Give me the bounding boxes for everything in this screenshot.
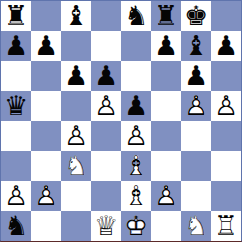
piece-white-pawn-fill: ♟: [1, 181, 31, 211]
piece-white-pawn: ♙: [151, 181, 181, 211]
piece-white-pawn: ♙: [61, 121, 91, 151]
square-c5[interactable]: [61, 91, 91, 121]
square-h4[interactable]: [211, 121, 241, 151]
square-f5[interactable]: [151, 91, 181, 121]
square-a4[interactable]: [1, 121, 31, 151]
piece-white-knight: ♘: [61, 151, 91, 181]
square-a8[interactable]: ♜: [1, 1, 31, 31]
piece-black-king: ♚: [181, 1, 211, 31]
square-h8[interactable]: [211, 1, 241, 31]
square-f6[interactable]: [151, 61, 181, 91]
square-a3[interactable]: [1, 151, 31, 181]
square-h1[interactable]: ♜♖: [211, 211, 241, 241]
piece-black-pawn: ♟: [151, 31, 181, 61]
piece-white-rook: ♖: [211, 211, 241, 241]
square-e4[interactable]: ♟♙: [121, 121, 151, 151]
piece-black-rook: ♜: [1, 1, 31, 31]
square-h2[interactable]: [211, 181, 241, 211]
piece-white-bishop-fill: ♝: [121, 181, 151, 211]
square-f8[interactable]: ♜: [151, 1, 181, 31]
square-f7[interactable]: ♟: [151, 31, 181, 61]
square-e1[interactable]: ♚♔: [121, 211, 151, 241]
square-a5[interactable]: ♛: [1, 91, 31, 121]
square-f2[interactable]: ♟♙: [151, 181, 181, 211]
square-b6[interactable]: [31, 61, 61, 91]
piece-black-pawn: ♟: [91, 61, 121, 91]
square-d3[interactable]: [91, 151, 121, 181]
piece-white-bishop-fill: ♝: [121, 151, 151, 181]
piece-black-pawn: ♟: [181, 61, 211, 91]
square-g7[interactable]: ♝: [181, 31, 211, 61]
piece-black-bishop: ♝: [181, 31, 211, 61]
piece-black-pawn: ♟: [31, 31, 61, 61]
piece-black-bishop: ♝: [61, 1, 91, 31]
square-f1[interactable]: [151, 211, 181, 241]
piece-white-pawn-fill: ♟: [211, 91, 241, 121]
piece-black-pawn: ♟: [121, 91, 151, 121]
square-a2[interactable]: ♟♙: [1, 181, 31, 211]
piece-white-pawn: ♙: [211, 91, 241, 121]
square-b4[interactable]: [31, 121, 61, 151]
piece-white-bishop: ♗: [121, 151, 151, 181]
square-a7[interactable]: ♟: [1, 31, 31, 61]
square-g6[interactable]: ♟: [181, 61, 211, 91]
square-h5[interactable]: ♟♙: [211, 91, 241, 121]
square-d7[interactable]: [91, 31, 121, 61]
square-c8[interactable]: ♝: [61, 1, 91, 31]
piece-white-pawn-fill: ♟: [121, 121, 151, 151]
piece-white-pawn: ♙: [1, 181, 31, 211]
square-d2[interactable]: [91, 181, 121, 211]
square-a1[interactable]: ♞: [1, 211, 31, 241]
square-h7[interactable]: ♟: [211, 31, 241, 61]
square-b2[interactable]: ♟♙: [31, 181, 61, 211]
square-d4[interactable]: [91, 121, 121, 151]
square-f3[interactable]: [151, 151, 181, 181]
square-f4[interactable]: [151, 121, 181, 151]
square-g2[interactable]: [181, 181, 211, 211]
square-g5[interactable]: ♟♙: [181, 91, 211, 121]
square-b8[interactable]: [31, 1, 61, 31]
square-h6[interactable]: [211, 61, 241, 91]
piece-white-king-fill: ♚: [121, 211, 151, 241]
chess-board-frame: ♜♝♞♜♚♟♟♟♝♟♟♟♟♛♟♙♟♟♙♟♙♟♙♟♙♞♘♝♗♟♙♟♙♝♗♟♙♞♛♕…: [0, 0, 242, 242]
piece-white-knight-fill: ♞: [61, 151, 91, 181]
piece-white-pawn-fill: ♟: [181, 91, 211, 121]
piece-white-pawn-fill: ♟: [91, 91, 121, 121]
square-e3[interactable]: ♝♗: [121, 151, 151, 181]
square-c6[interactable]: ♟: [61, 61, 91, 91]
piece-black-knight: ♞: [121, 1, 151, 31]
piece-black-rook: ♜: [151, 1, 181, 31]
piece-white-bishop: ♗: [121, 181, 151, 211]
square-b3[interactable]: [31, 151, 61, 181]
chess-board: ♜♝♞♜♚♟♟♟♝♟♟♟♟♛♟♙♟♟♙♟♙♟♙♟♙♞♘♝♗♟♙♟♙♝♗♟♙♞♛♕…: [1, 1, 241, 240]
piece-white-pawn-fill: ♟: [61, 121, 91, 151]
square-d8[interactable]: [91, 1, 121, 31]
square-g3[interactable]: [181, 151, 211, 181]
piece-black-pawn: ♟: [61, 61, 91, 91]
piece-white-pawn-fill: ♟: [31, 181, 61, 211]
square-a6[interactable]: [1, 61, 31, 91]
square-e8[interactable]: ♞: [121, 1, 151, 31]
piece-black-knight: ♞: [1, 211, 31, 241]
square-e2[interactable]: ♝♗: [121, 181, 151, 211]
square-e7[interactable]: [121, 31, 151, 61]
square-g4[interactable]: [181, 121, 211, 151]
piece-black-pawn: ♟: [211, 31, 241, 61]
square-d5[interactable]: ♟♙: [91, 91, 121, 121]
square-b5[interactable]: [31, 91, 61, 121]
piece-white-pawn: ♙: [121, 121, 151, 151]
piece-white-pawn: ♙: [91, 91, 121, 121]
piece-white-knight-fill: ♞: [181, 211, 211, 241]
piece-white-rook-fill: ♜: [211, 211, 241, 241]
square-b1[interactable]: [31, 211, 61, 241]
piece-white-pawn-fill: ♟: [151, 181, 181, 211]
square-d1[interactable]: ♛♕: [91, 211, 121, 241]
square-c4[interactable]: ♟♙: [61, 121, 91, 151]
piece-white-knight: ♘: [181, 211, 211, 241]
piece-black-pawn: ♟: [1, 31, 31, 61]
square-c7[interactable]: [61, 31, 91, 61]
square-b7[interactable]: ♟: [31, 31, 61, 61]
square-e6[interactable]: [121, 61, 151, 91]
square-c1[interactable]: [61, 211, 91, 241]
piece-black-queen: ♛: [1, 91, 31, 121]
square-c2[interactable]: [61, 181, 91, 211]
piece-white-queen: ♕: [91, 211, 121, 241]
piece-white-queen-fill: ♛: [91, 211, 121, 241]
piece-white-pawn: ♙: [181, 91, 211, 121]
square-h3[interactable]: [211, 151, 241, 181]
square-g1[interactable]: ♞♘: [181, 211, 211, 241]
piece-white-king: ♔: [121, 211, 151, 241]
square-g8[interactable]: ♚: [181, 1, 211, 31]
piece-white-pawn: ♙: [31, 181, 61, 211]
square-d6[interactable]: ♟: [91, 61, 121, 91]
square-e5[interactable]: ♟: [121, 91, 151, 121]
square-c3[interactable]: ♞♘: [61, 151, 91, 181]
